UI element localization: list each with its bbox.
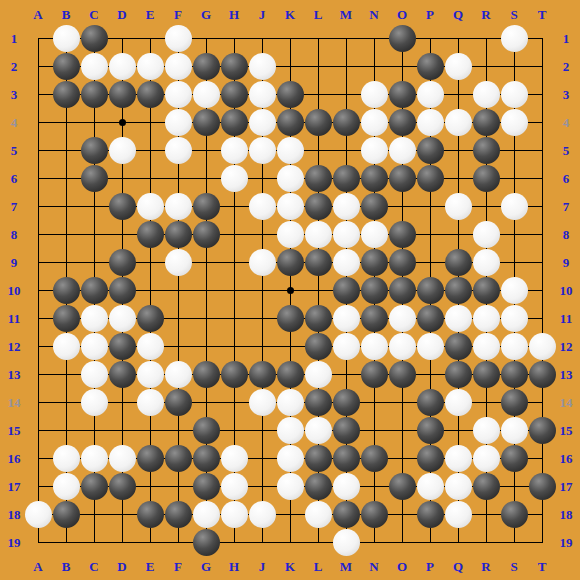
point-R1[interactable] [472, 24, 500, 52]
point-J12[interactable] [248, 332, 276, 360]
point-F17[interactable] [164, 472, 192, 500]
point-H14[interactable] [220, 388, 248, 416]
point-M11[interactable] [332, 304, 360, 332]
point-R10[interactable] [472, 276, 500, 304]
point-N6[interactable] [360, 164, 388, 192]
point-J6[interactable] [248, 164, 276, 192]
point-A17[interactable] [24, 472, 52, 500]
point-D2[interactable] [108, 52, 136, 80]
point-P12[interactable] [416, 332, 444, 360]
point-L9[interactable] [304, 248, 332, 276]
point-T17[interactable] [528, 472, 556, 500]
point-B10[interactable] [52, 276, 80, 304]
point-B5[interactable] [52, 136, 80, 164]
point-B14[interactable] [52, 388, 80, 416]
point-B7[interactable] [52, 192, 80, 220]
point-C1[interactable] [80, 24, 108, 52]
point-B3[interactable] [52, 80, 80, 108]
point-H13[interactable] [220, 360, 248, 388]
point-T4[interactable] [528, 108, 556, 136]
point-O15[interactable] [388, 416, 416, 444]
point-K3[interactable] [276, 80, 304, 108]
point-B19[interactable] [52, 528, 80, 556]
point-K4[interactable] [276, 108, 304, 136]
point-Q7[interactable] [444, 192, 472, 220]
point-L2[interactable] [304, 52, 332, 80]
point-D3[interactable] [108, 80, 136, 108]
point-Q1[interactable] [444, 24, 472, 52]
point-H7[interactable] [220, 192, 248, 220]
point-K13[interactable] [276, 360, 304, 388]
point-K11[interactable] [276, 304, 304, 332]
point-E6[interactable] [136, 164, 164, 192]
point-E9[interactable] [136, 248, 164, 276]
point-R19[interactable] [472, 528, 500, 556]
point-B17[interactable] [52, 472, 80, 500]
point-N3[interactable] [360, 80, 388, 108]
point-J9[interactable] [248, 248, 276, 276]
point-C12[interactable] [80, 332, 108, 360]
point-D14[interactable] [108, 388, 136, 416]
point-R18[interactable] [472, 500, 500, 528]
point-L17[interactable] [304, 472, 332, 500]
point-F14[interactable] [164, 388, 192, 416]
point-L8[interactable] [304, 220, 332, 248]
point-L10[interactable] [304, 276, 332, 304]
point-A4[interactable] [24, 108, 52, 136]
point-Q9[interactable] [444, 248, 472, 276]
point-L16[interactable] [304, 444, 332, 472]
point-R9[interactable] [472, 248, 500, 276]
point-R8[interactable] [472, 220, 500, 248]
point-R4[interactable] [472, 108, 500, 136]
point-K19[interactable] [276, 528, 304, 556]
point-R5[interactable] [472, 136, 500, 164]
point-D19[interactable] [108, 528, 136, 556]
point-L1[interactable] [304, 24, 332, 52]
point-S12[interactable] [500, 332, 528, 360]
point-J16[interactable] [248, 444, 276, 472]
point-D7[interactable] [108, 192, 136, 220]
point-L12[interactable] [304, 332, 332, 360]
point-C3[interactable] [80, 80, 108, 108]
point-D8[interactable] [108, 220, 136, 248]
point-O16[interactable] [388, 444, 416, 472]
point-T1[interactable] [528, 24, 556, 52]
point-C17[interactable] [80, 472, 108, 500]
point-L13[interactable] [304, 360, 332, 388]
point-M5[interactable] [332, 136, 360, 164]
point-H2[interactable] [220, 52, 248, 80]
point-N15[interactable] [360, 416, 388, 444]
point-P18[interactable] [416, 500, 444, 528]
point-O18[interactable] [388, 500, 416, 528]
point-E17[interactable] [136, 472, 164, 500]
point-J18[interactable] [248, 500, 276, 528]
point-F6[interactable] [164, 164, 192, 192]
point-A6[interactable] [24, 164, 52, 192]
point-N9[interactable] [360, 248, 388, 276]
point-O1[interactable] [388, 24, 416, 52]
point-B18[interactable] [52, 500, 80, 528]
point-J19[interactable] [248, 528, 276, 556]
point-L11[interactable] [304, 304, 332, 332]
point-G2[interactable] [192, 52, 220, 80]
point-H17[interactable] [220, 472, 248, 500]
point-N12[interactable] [360, 332, 388, 360]
point-A1[interactable] [24, 24, 52, 52]
point-F19[interactable] [164, 528, 192, 556]
point-Q3[interactable] [444, 80, 472, 108]
point-A3[interactable] [24, 80, 52, 108]
point-Q10[interactable] [444, 276, 472, 304]
point-T12[interactable] [528, 332, 556, 360]
point-P1[interactable] [416, 24, 444, 52]
point-P14[interactable] [416, 388, 444, 416]
point-G9[interactable] [192, 248, 220, 276]
point-B11[interactable] [52, 304, 80, 332]
point-E8[interactable] [136, 220, 164, 248]
point-S1[interactable] [500, 24, 528, 52]
point-Q17[interactable] [444, 472, 472, 500]
point-R2[interactable] [472, 52, 500, 80]
point-B2[interactable] [52, 52, 80, 80]
point-S4[interactable] [500, 108, 528, 136]
point-H8[interactable] [220, 220, 248, 248]
point-T8[interactable] [528, 220, 556, 248]
point-O12[interactable] [388, 332, 416, 360]
point-L14[interactable] [304, 388, 332, 416]
point-D16[interactable] [108, 444, 136, 472]
point-A15[interactable] [24, 416, 52, 444]
point-T16[interactable] [528, 444, 556, 472]
point-D18[interactable] [108, 500, 136, 528]
point-N10[interactable] [360, 276, 388, 304]
point-P8[interactable] [416, 220, 444, 248]
point-G14[interactable] [192, 388, 220, 416]
point-F10[interactable] [164, 276, 192, 304]
point-K6[interactable] [276, 164, 304, 192]
point-B13[interactable] [52, 360, 80, 388]
point-R16[interactable] [472, 444, 500, 472]
point-H18[interactable] [220, 500, 248, 528]
point-L4[interactable] [304, 108, 332, 136]
point-P19[interactable] [416, 528, 444, 556]
point-D5[interactable] [108, 136, 136, 164]
point-H6[interactable] [220, 164, 248, 192]
point-S8[interactable] [500, 220, 528, 248]
point-G13[interactable] [192, 360, 220, 388]
point-N19[interactable] [360, 528, 388, 556]
point-D17[interactable] [108, 472, 136, 500]
point-D1[interactable] [108, 24, 136, 52]
point-H15[interactable] [220, 416, 248, 444]
point-C19[interactable] [80, 528, 108, 556]
point-N17[interactable] [360, 472, 388, 500]
point-R11[interactable] [472, 304, 500, 332]
point-A18[interactable] [24, 500, 52, 528]
point-K14[interactable] [276, 388, 304, 416]
point-H11[interactable] [220, 304, 248, 332]
point-A7[interactable] [24, 192, 52, 220]
point-S17[interactable] [500, 472, 528, 500]
point-H9[interactable] [220, 248, 248, 276]
point-B6[interactable] [52, 164, 80, 192]
point-O17[interactable] [388, 472, 416, 500]
point-T11[interactable] [528, 304, 556, 332]
point-H19[interactable] [220, 528, 248, 556]
point-A10[interactable] [24, 276, 52, 304]
point-E4[interactable] [136, 108, 164, 136]
point-F8[interactable] [164, 220, 192, 248]
point-H10[interactable] [220, 276, 248, 304]
point-L18[interactable] [304, 500, 332, 528]
point-T5[interactable] [528, 136, 556, 164]
point-Q2[interactable] [444, 52, 472, 80]
point-O3[interactable] [388, 80, 416, 108]
point-L5[interactable] [304, 136, 332, 164]
point-M8[interactable] [332, 220, 360, 248]
point-T14[interactable] [528, 388, 556, 416]
point-M17[interactable] [332, 472, 360, 500]
point-J7[interactable] [248, 192, 276, 220]
point-E2[interactable] [136, 52, 164, 80]
point-S2[interactable] [500, 52, 528, 80]
point-R6[interactable] [472, 164, 500, 192]
point-D4[interactable] [108, 108, 136, 136]
point-G6[interactable] [192, 164, 220, 192]
point-D11[interactable] [108, 304, 136, 332]
point-C14[interactable] [80, 388, 108, 416]
point-G18[interactable] [192, 500, 220, 528]
point-B8[interactable] [52, 220, 80, 248]
point-S6[interactable] [500, 164, 528, 192]
point-A13[interactable] [24, 360, 52, 388]
point-T3[interactable] [528, 80, 556, 108]
point-A16[interactable] [24, 444, 52, 472]
point-L6[interactable] [304, 164, 332, 192]
point-C5[interactable] [80, 136, 108, 164]
point-Q18[interactable] [444, 500, 472, 528]
point-K5[interactable] [276, 136, 304, 164]
point-A9[interactable] [24, 248, 52, 276]
point-G12[interactable] [192, 332, 220, 360]
point-D9[interactable] [108, 248, 136, 276]
point-R13[interactable] [472, 360, 500, 388]
point-P5[interactable] [416, 136, 444, 164]
point-L7[interactable] [304, 192, 332, 220]
point-N7[interactable] [360, 192, 388, 220]
point-Q5[interactable] [444, 136, 472, 164]
point-J8[interactable] [248, 220, 276, 248]
point-J3[interactable] [248, 80, 276, 108]
point-J2[interactable] [248, 52, 276, 80]
point-N5[interactable] [360, 136, 388, 164]
point-M15[interactable] [332, 416, 360, 444]
point-G17[interactable] [192, 472, 220, 500]
point-A12[interactable] [24, 332, 52, 360]
point-F2[interactable] [164, 52, 192, 80]
point-R14[interactable] [472, 388, 500, 416]
point-G4[interactable] [192, 108, 220, 136]
point-D12[interactable] [108, 332, 136, 360]
point-C11[interactable] [80, 304, 108, 332]
point-Q8[interactable] [444, 220, 472, 248]
point-F1[interactable] [164, 24, 192, 52]
point-E15[interactable] [136, 416, 164, 444]
point-B4[interactable] [52, 108, 80, 136]
point-P11[interactable] [416, 304, 444, 332]
point-C7[interactable] [80, 192, 108, 220]
point-H1[interactable] [220, 24, 248, 52]
point-B15[interactable] [52, 416, 80, 444]
point-M19[interactable] [332, 528, 360, 556]
point-F9[interactable] [164, 248, 192, 276]
point-S18[interactable] [500, 500, 528, 528]
point-N8[interactable] [360, 220, 388, 248]
point-K16[interactable] [276, 444, 304, 472]
point-Q4[interactable] [444, 108, 472, 136]
point-M14[interactable] [332, 388, 360, 416]
point-F12[interactable] [164, 332, 192, 360]
point-F5[interactable] [164, 136, 192, 164]
point-P13[interactable] [416, 360, 444, 388]
point-G7[interactable] [192, 192, 220, 220]
point-C6[interactable] [80, 164, 108, 192]
point-G8[interactable] [192, 220, 220, 248]
point-J10[interactable] [248, 276, 276, 304]
point-E3[interactable] [136, 80, 164, 108]
point-G19[interactable] [192, 528, 220, 556]
point-C13[interactable] [80, 360, 108, 388]
point-J1[interactable] [248, 24, 276, 52]
point-Q15[interactable] [444, 416, 472, 444]
point-Q12[interactable] [444, 332, 472, 360]
point-M2[interactable] [332, 52, 360, 80]
point-T18[interactable] [528, 500, 556, 528]
point-N16[interactable] [360, 444, 388, 472]
point-P4[interactable] [416, 108, 444, 136]
point-A2[interactable] [24, 52, 52, 80]
point-G16[interactable] [192, 444, 220, 472]
point-R12[interactable] [472, 332, 500, 360]
point-S14[interactable] [500, 388, 528, 416]
point-O13[interactable] [388, 360, 416, 388]
point-G10[interactable] [192, 276, 220, 304]
point-A19[interactable] [24, 528, 52, 556]
point-O4[interactable] [388, 108, 416, 136]
point-K8[interactable] [276, 220, 304, 248]
point-N4[interactable] [360, 108, 388, 136]
point-K17[interactable] [276, 472, 304, 500]
point-O19[interactable] [388, 528, 416, 556]
point-K2[interactable] [276, 52, 304, 80]
point-C2[interactable] [80, 52, 108, 80]
point-J11[interactable] [248, 304, 276, 332]
point-Q13[interactable] [444, 360, 472, 388]
point-C16[interactable] [80, 444, 108, 472]
point-T10[interactable] [528, 276, 556, 304]
point-E10[interactable] [136, 276, 164, 304]
point-E11[interactable] [136, 304, 164, 332]
point-G15[interactable] [192, 416, 220, 444]
point-K9[interactable] [276, 248, 304, 276]
point-K10[interactable] [276, 276, 304, 304]
point-D6[interactable] [108, 164, 136, 192]
point-F16[interactable] [164, 444, 192, 472]
point-C10[interactable] [80, 276, 108, 304]
point-S3[interactable] [500, 80, 528, 108]
point-S9[interactable] [500, 248, 528, 276]
point-M3[interactable] [332, 80, 360, 108]
point-O11[interactable] [388, 304, 416, 332]
point-F3[interactable] [164, 80, 192, 108]
point-J5[interactable] [248, 136, 276, 164]
point-N1[interactable] [360, 24, 388, 52]
point-E7[interactable] [136, 192, 164, 220]
point-K12[interactable] [276, 332, 304, 360]
point-M4[interactable] [332, 108, 360, 136]
point-T6[interactable] [528, 164, 556, 192]
point-M9[interactable] [332, 248, 360, 276]
point-O2[interactable] [388, 52, 416, 80]
point-T19[interactable] [528, 528, 556, 556]
point-E5[interactable] [136, 136, 164, 164]
point-Q6[interactable] [444, 164, 472, 192]
point-M16[interactable] [332, 444, 360, 472]
point-P2[interactable] [416, 52, 444, 80]
point-K15[interactable] [276, 416, 304, 444]
point-T7[interactable] [528, 192, 556, 220]
point-K7[interactable] [276, 192, 304, 220]
point-F18[interactable] [164, 500, 192, 528]
point-E19[interactable] [136, 528, 164, 556]
point-A14[interactable] [24, 388, 52, 416]
point-C8[interactable] [80, 220, 108, 248]
point-N11[interactable] [360, 304, 388, 332]
point-J4[interactable] [248, 108, 276, 136]
point-G5[interactable] [192, 136, 220, 164]
point-Q14[interactable] [444, 388, 472, 416]
point-F7[interactable] [164, 192, 192, 220]
point-S13[interactable] [500, 360, 528, 388]
point-K18[interactable] [276, 500, 304, 528]
point-H12[interactable] [220, 332, 248, 360]
point-O6[interactable] [388, 164, 416, 192]
point-S11[interactable] [500, 304, 528, 332]
point-F4[interactable] [164, 108, 192, 136]
point-G11[interactable] [192, 304, 220, 332]
point-O8[interactable] [388, 220, 416, 248]
point-R15[interactable] [472, 416, 500, 444]
point-E16[interactable] [136, 444, 164, 472]
point-C15[interactable] [80, 416, 108, 444]
point-P3[interactable] [416, 80, 444, 108]
point-O14[interactable] [388, 388, 416, 416]
point-E14[interactable] [136, 388, 164, 416]
point-L19[interactable] [304, 528, 332, 556]
point-O9[interactable] [388, 248, 416, 276]
point-B9[interactable] [52, 248, 80, 276]
point-N13[interactable] [360, 360, 388, 388]
point-C18[interactable] [80, 500, 108, 528]
point-Q11[interactable] [444, 304, 472, 332]
point-T13[interactable] [528, 360, 556, 388]
point-P7[interactable] [416, 192, 444, 220]
point-P9[interactable] [416, 248, 444, 276]
point-G1[interactable] [192, 24, 220, 52]
point-D15[interactable] [108, 416, 136, 444]
